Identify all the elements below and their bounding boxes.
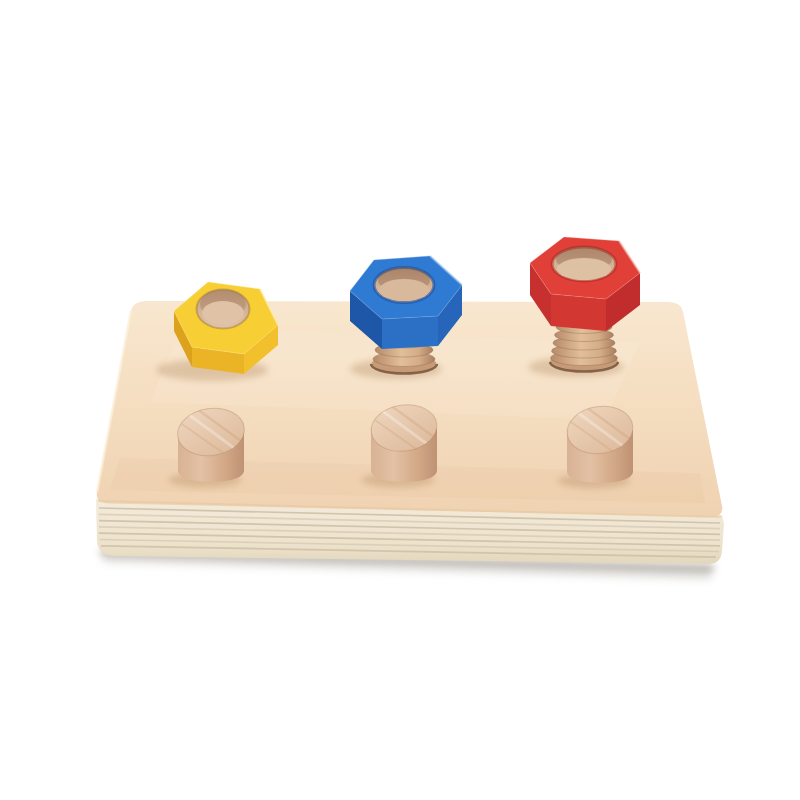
toy-board-illustration bbox=[0, 0, 800, 800]
nut-side-front bbox=[382, 316, 438, 349]
product-photo-scene bbox=[0, 0, 800, 800]
bolt-head-wood bbox=[557, 258, 611, 280]
nut-side-front bbox=[551, 294, 606, 331]
bolt-head-wood bbox=[379, 279, 429, 301]
bolt-yellow-nut[interactable] bbox=[156, 282, 278, 381]
bolt-head-wood bbox=[202, 301, 244, 325]
